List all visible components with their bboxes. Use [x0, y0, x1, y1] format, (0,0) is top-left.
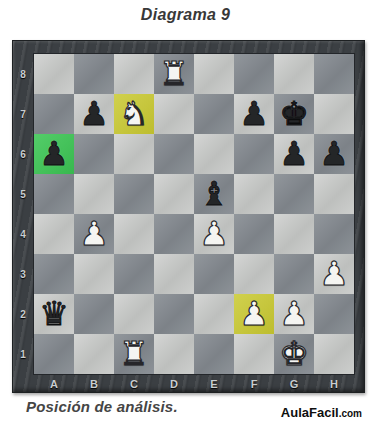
square-c4 [114, 214, 154, 254]
file-label-a: A [34, 375, 74, 393]
square-b2 [74, 294, 114, 334]
square-d2 [154, 294, 194, 334]
square-d8: ♜ [154, 54, 194, 94]
rank-labels: 87654321 [12, 54, 34, 374]
white-pawn: ♟ [314, 254, 354, 294]
square-h4 [314, 214, 354, 254]
square-f7: ♟ [234, 94, 274, 134]
square-b8 [74, 54, 114, 94]
diagram-title: Diagrama 9 [0, 6, 371, 24]
square-g2: ♟ [274, 294, 314, 334]
square-e4: ♟ [194, 214, 234, 254]
square-b6 [74, 134, 114, 174]
square-e7 [194, 94, 234, 134]
square-a8 [34, 54, 74, 94]
square-h2 [314, 294, 354, 334]
file-label-e: E [194, 375, 234, 393]
page: Diagrama 9 87654321 ♜♟♞♟♚♟♟♟♝♟♟♟♛♟♟♜♚ AB… [0, 0, 371, 426]
square-c3 [114, 254, 154, 294]
white-rook: ♜ [114, 334, 154, 374]
black-pawn: ♟ [74, 94, 114, 134]
chess-board: ♜♟♞♟♚♟♟♟♝♟♟♟♛♟♟♜♚ [34, 54, 354, 374]
square-f5 [234, 174, 274, 214]
square-g3 [274, 254, 314, 294]
square-e6 [194, 134, 234, 174]
black-bishop: ♝ [194, 174, 234, 214]
brand-suffix: .com [339, 408, 362, 419]
square-d6 [154, 134, 194, 174]
rank-label-8: 8 [12, 54, 34, 94]
black-king: ♚ [274, 94, 314, 134]
square-c6 [114, 134, 154, 174]
square-d7 [154, 94, 194, 134]
file-label-b: B [74, 375, 114, 393]
square-a3 [34, 254, 74, 294]
rank-label-2: 2 [12, 294, 34, 334]
square-b1 [74, 334, 114, 374]
white-rook: ♜ [154, 54, 194, 94]
black-pawn: ♟ [314, 134, 354, 174]
square-f3 [234, 254, 274, 294]
file-labels: ABCDEFGH [34, 375, 354, 393]
white-knight: ♞ [114, 94, 154, 134]
square-f6 [234, 134, 274, 174]
square-f1 [234, 334, 274, 374]
square-a4 [34, 214, 74, 254]
square-f2: ♟ [234, 294, 274, 334]
square-d4 [154, 214, 194, 254]
square-e2 [194, 294, 234, 334]
square-h8 [314, 54, 354, 94]
square-d3 [154, 254, 194, 294]
file-label-d: D [154, 375, 194, 393]
square-c7: ♞ [114, 94, 154, 134]
square-h5 [314, 174, 354, 214]
square-e1 [194, 334, 234, 374]
black-pawn: ♟ [274, 134, 314, 174]
square-d1 [154, 334, 194, 374]
square-g5 [274, 174, 314, 214]
square-a5 [34, 174, 74, 214]
square-c2 [114, 294, 154, 334]
square-a2: ♛ [34, 294, 74, 334]
square-c8 [114, 54, 154, 94]
rank-label-7: 7 [12, 94, 34, 134]
square-f4 [234, 214, 274, 254]
rank-label-3: 3 [12, 254, 34, 294]
square-a7 [34, 94, 74, 134]
black-queen: ♛ [34, 294, 74, 334]
square-g6: ♟ [274, 134, 314, 174]
caption: Posición de análisis. [26, 398, 178, 415]
square-b7: ♟ [74, 94, 114, 134]
square-g7: ♚ [274, 94, 314, 134]
square-a1 [34, 334, 74, 374]
square-c5 [114, 174, 154, 214]
square-b4: ♟ [74, 214, 114, 254]
black-pawn: ♟ [234, 94, 274, 134]
file-label-h: H [314, 375, 354, 393]
rank-label-4: 4 [12, 214, 34, 254]
black-pawn: ♟ [34, 134, 74, 174]
white-pawn: ♟ [234, 294, 274, 334]
square-b3 [74, 254, 114, 294]
brand-logo: AulaFacil.com [281, 403, 362, 421]
square-b5 [74, 174, 114, 214]
rank-label-1: 1 [12, 334, 34, 374]
square-h1 [314, 334, 354, 374]
square-g8 [274, 54, 314, 94]
square-h6: ♟ [314, 134, 354, 174]
white-pawn: ♟ [194, 214, 234, 254]
file-label-g: G [274, 375, 314, 393]
chess-board-frame: 87654321 ♜♟♞♟♚♟♟♟♝♟♟♟♛♟♟♜♚ ABCDEFGH [12, 40, 365, 393]
square-g4 [274, 214, 314, 254]
white-pawn: ♟ [274, 294, 314, 334]
file-label-c: C [114, 375, 154, 393]
square-d5 [154, 174, 194, 214]
square-h7 [314, 94, 354, 134]
white-pawn: ♟ [74, 214, 114, 254]
square-g1: ♚ [274, 334, 314, 374]
square-e8 [194, 54, 234, 94]
rank-label-6: 6 [12, 134, 34, 174]
white-king: ♚ [274, 334, 314, 374]
square-h3: ♟ [314, 254, 354, 294]
rank-label-5: 5 [12, 174, 34, 214]
brand-name: AulaFacil [281, 405, 339, 420]
file-label-f: F [234, 375, 274, 393]
square-e3 [194, 254, 234, 294]
square-a6: ♟ [34, 134, 74, 174]
square-e5: ♝ [194, 174, 234, 214]
square-f8 [234, 54, 274, 94]
square-c1: ♜ [114, 334, 154, 374]
